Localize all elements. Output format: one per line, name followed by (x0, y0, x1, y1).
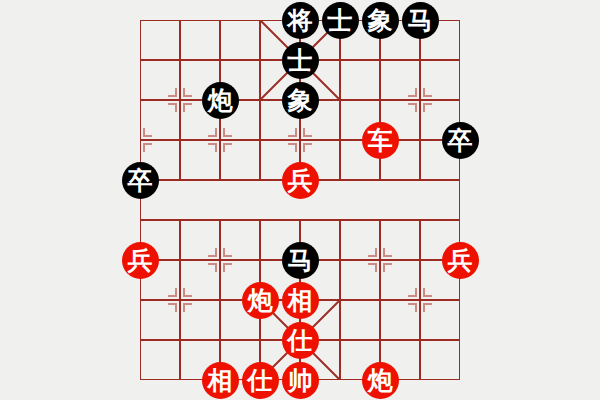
xiangqi-app-window: 将士象马士炮象卒卒马车兵兵兵炮相仕相仕帅炮 (0, 0, 600, 400)
red-cannon[interactable]: 炮 (242, 282, 279, 319)
black-pawn[interactable]: 卒 (122, 162, 159, 199)
red-cannon[interactable]: 炮 (362, 362, 399, 399)
xiangqi-board[interactable]: 将士象马士炮象卒卒马车兵兵兵炮相仕相仕帅炮 (120, 0, 480, 400)
red-pawn[interactable]: 兵 (122, 242, 159, 279)
red-general[interactable]: 帅 (282, 362, 319, 399)
red-pawn[interactable]: 兵 (442, 242, 479, 279)
black-elephant[interactable]: 象 (362, 2, 399, 39)
red-advisor[interactable]: 仕 (282, 322, 319, 359)
red-chariot[interactable]: 车 (362, 122, 399, 159)
black-advisor[interactable]: 士 (282, 42, 319, 79)
red-elephant[interactable]: 相 (202, 362, 239, 399)
black-elephant[interactable]: 象 (282, 82, 319, 119)
black-advisor[interactable]: 士 (322, 2, 359, 39)
black-general[interactable]: 将 (282, 2, 319, 39)
red-elephant[interactable]: 相 (282, 282, 319, 319)
black-horse[interactable]: 马 (282, 242, 319, 279)
red-pawn[interactable]: 兵 (282, 162, 319, 199)
black-cannon[interactable]: 炮 (202, 82, 239, 119)
black-horse[interactable]: 马 (402, 2, 439, 39)
black-pawn[interactable]: 卒 (442, 122, 479, 159)
red-advisor[interactable]: 仕 (242, 362, 279, 399)
